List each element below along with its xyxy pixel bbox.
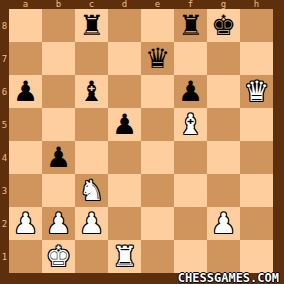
square-h7 <box>240 42 273 75</box>
rank-labels: 87654321 <box>0 9 9 273</box>
square-c2: ♟ <box>75 207 108 240</box>
file-labels: abcdefgh <box>9 0 273 9</box>
square-e4 <box>141 141 174 174</box>
square-h3 <box>240 174 273 207</box>
square-a1 <box>9 240 42 273</box>
square-b7 <box>42 42 75 75</box>
square-f2 <box>174 207 207 240</box>
white-bishop-f5: ♝ <box>174 108 207 141</box>
white-king-b1: ♚ <box>42 240 75 273</box>
square-e7: ♛ <box>141 42 174 75</box>
black-bishop-c6: ♝ <box>75 75 108 108</box>
rank-label-6: 6 <box>0 75 9 108</box>
white-rook-d1: ♜ <box>108 240 141 273</box>
square-f5: ♝ <box>174 108 207 141</box>
chessgames-watermark: CHESSGAMES.COM <box>178 272 279 284</box>
white-knight-c3: ♞ <box>75 174 108 207</box>
square-d7 <box>108 42 141 75</box>
square-c3: ♞ <box>75 174 108 207</box>
white-pawn-a2: ♟ <box>9 207 42 240</box>
square-g3 <box>207 174 240 207</box>
black-pawn-b4: ♟ <box>42 141 75 174</box>
square-f3 <box>174 174 207 207</box>
black-rook-f8: ♜ <box>174 9 207 42</box>
square-a3 <box>9 174 42 207</box>
file-label-g: g <box>207 0 240 9</box>
square-b3 <box>42 174 75 207</box>
square-h2 <box>240 207 273 240</box>
square-f6: ♟ <box>174 75 207 108</box>
white-pawn-g2: ♟ <box>207 207 240 240</box>
chess-diagram: abcdefgh 87654321 ♜♜♚♛♟♝♟♛♟♝♟♞♟♟♟♟♚♜ CHE… <box>0 0 284 284</box>
square-d5: ♟ <box>108 108 141 141</box>
square-h6: ♛ <box>240 75 273 108</box>
square-d6 <box>108 75 141 108</box>
black-pawn-f6: ♟ <box>174 75 207 108</box>
square-a6: ♟ <box>9 75 42 108</box>
file-label-h: h <box>240 0 273 9</box>
square-a5 <box>9 108 42 141</box>
square-b8 <box>42 9 75 42</box>
white-pawn-b2: ♟ <box>42 207 75 240</box>
square-g4 <box>207 141 240 174</box>
square-f1 <box>174 240 207 273</box>
chess-board: ♜♜♚♛♟♝♟♛♟♝♟♞♟♟♟♟♚♜ <box>9 9 273 273</box>
square-g8: ♚ <box>207 9 240 42</box>
rank-label-8: 8 <box>0 9 9 42</box>
square-h4 <box>240 141 273 174</box>
rank-label-7: 7 <box>0 42 9 75</box>
square-f7 <box>174 42 207 75</box>
square-g6 <box>207 75 240 108</box>
black-queen-e7: ♛ <box>141 42 174 75</box>
square-g5 <box>207 108 240 141</box>
square-h1 <box>240 240 273 273</box>
square-e1 <box>141 240 174 273</box>
file-label-e: e <box>141 0 174 9</box>
square-c1 <box>75 240 108 273</box>
square-f4 <box>174 141 207 174</box>
square-g2: ♟ <box>207 207 240 240</box>
square-h5 <box>240 108 273 141</box>
square-e2 <box>141 207 174 240</box>
square-c7 <box>75 42 108 75</box>
square-c5 <box>75 108 108 141</box>
square-a7 <box>9 42 42 75</box>
square-b4: ♟ <box>42 141 75 174</box>
white-queen-h6: ♛ <box>240 75 273 108</box>
square-b1: ♚ <box>42 240 75 273</box>
square-c6: ♝ <box>75 75 108 108</box>
square-h8 <box>240 9 273 42</box>
file-label-a: a <box>9 0 42 9</box>
rank-label-5: 5 <box>0 108 9 141</box>
square-c8: ♜ <box>75 9 108 42</box>
square-b5 <box>42 108 75 141</box>
black-pawn-d5: ♟ <box>108 108 141 141</box>
square-g7 <box>207 42 240 75</box>
file-label-d: d <box>108 0 141 9</box>
square-d4 <box>108 141 141 174</box>
rank-label-4: 4 <box>0 141 9 174</box>
black-rook-c8: ♜ <box>75 9 108 42</box>
square-b2: ♟ <box>42 207 75 240</box>
black-king-g8: ♚ <box>207 9 240 42</box>
square-e3 <box>141 174 174 207</box>
rank-label-2: 2 <box>0 207 9 240</box>
square-e8 <box>141 9 174 42</box>
square-d3 <box>108 174 141 207</box>
square-b6 <box>42 75 75 108</box>
square-e6 <box>141 75 174 108</box>
rank-label-3: 3 <box>0 174 9 207</box>
square-c4 <box>75 141 108 174</box>
square-a8 <box>9 9 42 42</box>
file-label-f: f <box>174 0 207 9</box>
file-label-c: c <box>75 0 108 9</box>
square-e5 <box>141 108 174 141</box>
white-pawn-c2: ♟ <box>75 207 108 240</box>
file-label-b: b <box>42 0 75 9</box>
square-d1: ♜ <box>108 240 141 273</box>
square-d2 <box>108 207 141 240</box>
black-pawn-a6: ♟ <box>9 75 42 108</box>
square-g1 <box>207 240 240 273</box>
square-a4 <box>9 141 42 174</box>
rank-label-1: 1 <box>0 240 9 273</box>
square-d8 <box>108 9 141 42</box>
square-a2: ♟ <box>9 207 42 240</box>
square-f8: ♜ <box>174 9 207 42</box>
